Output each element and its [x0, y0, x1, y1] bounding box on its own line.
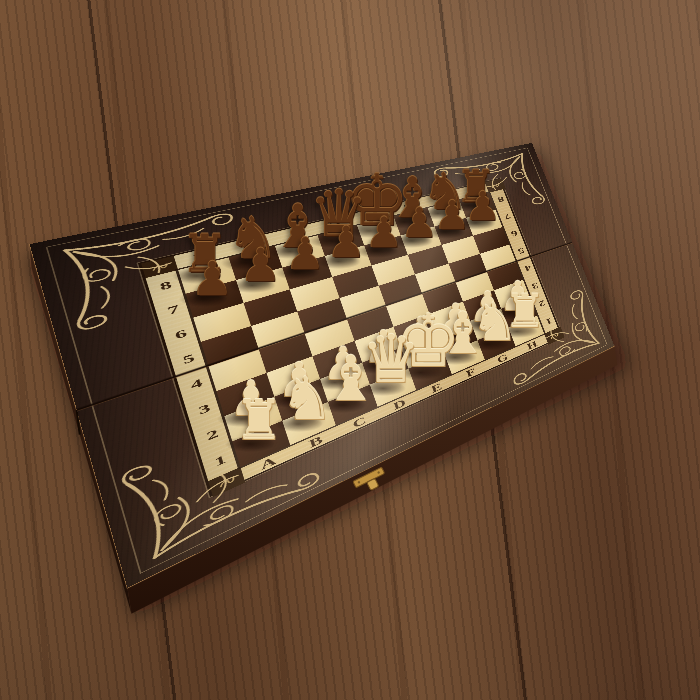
- photo-canvas: { "game": "chess", "scene": "wooden fold…: [0, 0, 700, 700]
